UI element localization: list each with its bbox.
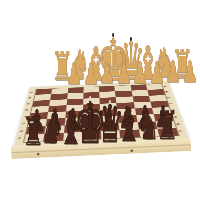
light-queen-finial [130, 37, 132, 41]
dark-king-finial [90, 96, 92, 100]
light-pawn-8: ♟ [182, 57, 199, 87]
pieces-layer: ♜♞♝♚♛♝♞♜♟♟♟♟♟♟♟♟♟♟♟♟♟♟♟♟♜♞♝♚♛♝♞♜ [0, 0, 200, 200]
light-king-finial [113, 33, 115, 37]
chess-set-photo: HGFEDCBA1122334455667788 ♜♞♝♚♛♝♞♜♟♟♟♟♟♟♟… [0, 0, 200, 200]
light-pawn-3: ♟ [99, 58, 116, 88]
dark-queen-finial [109, 100, 111, 104]
light-pawn-6: ♟ [149, 58, 166, 88]
light-pawn-1: ♟ [66, 59, 83, 89]
light-pawn-5: ♟ [132, 58, 149, 88]
dark-rook-8: ♜ [156, 106, 178, 145]
light-pawn-2: ♟ [82, 59, 99, 89]
light-pawn-4: ♟ [115, 58, 132, 88]
light-pawn-7: ♟ [165, 57, 182, 87]
